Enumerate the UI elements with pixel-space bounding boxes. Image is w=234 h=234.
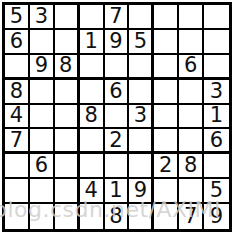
cell-r9c1[interactable] bbox=[5, 204, 30, 229]
cell-r3c9[interactable] bbox=[204, 55, 229, 80]
cell-r8c2[interactable] bbox=[30, 179, 55, 204]
cell-r1c9[interactable] bbox=[204, 5, 229, 30]
cell-r7c1[interactable] bbox=[5, 154, 30, 179]
cell-r4c9[interactable]: 3 bbox=[204, 80, 229, 105]
cell-r6c9[interactable]: 6 bbox=[204, 129, 229, 154]
cell-r3c7[interactable] bbox=[154, 55, 179, 80]
cell-r5c9[interactable]: 1 bbox=[204, 105, 229, 130]
cell-r9c3[interactable] bbox=[55, 204, 80, 229]
cell-r8c5[interactable]: 1 bbox=[105, 179, 130, 204]
cell-r4c7[interactable] bbox=[154, 80, 179, 105]
cell-r5c8[interactable] bbox=[179, 105, 204, 130]
cell-r2c8[interactable] bbox=[179, 30, 204, 55]
cell-r1c1[interactable]: 5 bbox=[5, 5, 30, 30]
cell-r2c2[interactable] bbox=[30, 30, 55, 55]
cell-r9c2[interactable] bbox=[30, 204, 55, 229]
cell-r7c3[interactable] bbox=[55, 154, 80, 179]
cell-r1c8[interactable] bbox=[179, 5, 204, 30]
cell-r1c4[interactable] bbox=[80, 5, 105, 30]
cell-r3c6[interactable] bbox=[129, 55, 154, 80]
cell-r1c2[interactable]: 3 bbox=[30, 5, 55, 30]
cell-r1c3[interactable] bbox=[55, 5, 80, 30]
cell-r4c2[interactable] bbox=[30, 80, 55, 105]
cell-r3c4[interactable] bbox=[80, 55, 105, 80]
cell-r2c4[interactable]: 1 bbox=[80, 30, 105, 55]
cell-r2c9[interactable] bbox=[204, 30, 229, 55]
cell-r9c7[interactable] bbox=[154, 204, 179, 229]
cell-r8c9[interactable]: 5 bbox=[204, 179, 229, 204]
cell-r7c7[interactable]: 2 bbox=[154, 154, 179, 179]
cell-r1c6[interactable] bbox=[129, 5, 154, 30]
cell-r7c5[interactable] bbox=[105, 154, 130, 179]
cell-r3c3[interactable]: 8 bbox=[55, 55, 80, 80]
cell-r3c2[interactable]: 9 bbox=[30, 55, 55, 80]
cell-r2c1[interactable]: 6 bbox=[5, 30, 30, 55]
cell-r8c6[interactable]: 9 bbox=[129, 179, 154, 204]
sudoku-board: 537619598686348317266284195879 bbox=[2, 2, 232, 232]
cell-r6c5[interactable]: 2 bbox=[105, 129, 130, 154]
cell-r9c4[interactable] bbox=[80, 204, 105, 229]
cell-r5c2[interactable] bbox=[30, 105, 55, 130]
cell-r9c9[interactable]: 9 bbox=[204, 204, 229, 229]
cell-r7c4[interactable] bbox=[80, 154, 105, 179]
cell-r4c5[interactable]: 6 bbox=[105, 80, 130, 105]
cell-r7c6[interactable] bbox=[129, 154, 154, 179]
cell-r1c5[interactable]: 7 bbox=[105, 5, 130, 30]
cell-r4c1[interactable]: 8 bbox=[5, 80, 30, 105]
cell-r2c7[interactable] bbox=[154, 30, 179, 55]
cell-r9c5[interactable]: 8 bbox=[105, 204, 130, 229]
cell-r8c7[interactable] bbox=[154, 179, 179, 204]
cell-r6c6[interactable] bbox=[129, 129, 154, 154]
cell-r2c6[interactable]: 5 bbox=[129, 30, 154, 55]
cell-r8c3[interactable] bbox=[55, 179, 80, 204]
cell-r6c3[interactable] bbox=[55, 129, 80, 154]
cell-r4c6[interactable] bbox=[129, 80, 154, 105]
cell-r9c8[interactable]: 7 bbox=[179, 204, 204, 229]
cell-r8c1[interactable] bbox=[5, 179, 30, 204]
cell-r6c1[interactable]: 7 bbox=[5, 129, 30, 154]
cell-r5c4[interactable]: 8 bbox=[80, 105, 105, 130]
cell-r2c5[interactable]: 9 bbox=[105, 30, 130, 55]
cell-r3c5[interactable] bbox=[105, 55, 130, 80]
sudoku-diagram: 537619598686348317266284195879 blog.csdn… bbox=[0, 0, 234, 234]
cell-r7c9[interactable] bbox=[204, 154, 229, 179]
cell-r1c7[interactable] bbox=[154, 5, 179, 30]
cell-r5c5[interactable] bbox=[105, 105, 130, 130]
cell-r5c3[interactable] bbox=[55, 105, 80, 130]
cell-r4c8[interactable] bbox=[179, 80, 204, 105]
cell-r7c8[interactable]: 8 bbox=[179, 154, 204, 179]
cell-r3c8[interactable]: 6 bbox=[179, 55, 204, 80]
cell-r8c8[interactable] bbox=[179, 179, 204, 204]
cell-r9c6[interactable] bbox=[129, 204, 154, 229]
cell-r2c3[interactable] bbox=[55, 30, 80, 55]
cell-r3c1[interactable] bbox=[5, 55, 30, 80]
cell-r4c3[interactable] bbox=[55, 80, 80, 105]
cell-r5c1[interactable]: 4 bbox=[5, 105, 30, 130]
cell-r7c2[interactable]: 6 bbox=[30, 154, 55, 179]
cell-r4c4[interactable] bbox=[80, 80, 105, 105]
cell-r5c6[interactable]: 3 bbox=[129, 105, 154, 130]
cell-r6c4[interactable] bbox=[80, 129, 105, 154]
cell-r6c7[interactable] bbox=[154, 129, 179, 154]
cell-r6c8[interactable] bbox=[179, 129, 204, 154]
cell-r6c2[interactable] bbox=[30, 129, 55, 154]
cell-r8c4[interactable]: 4 bbox=[80, 179, 105, 204]
cell-r5c7[interactable] bbox=[154, 105, 179, 130]
